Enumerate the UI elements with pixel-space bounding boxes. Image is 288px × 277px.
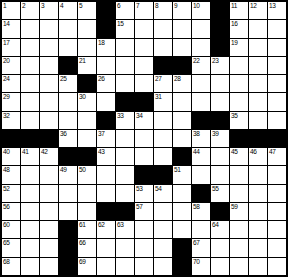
grid-cell[interactable]: 50 (78, 166, 96, 183)
grid-cell[interactable]: 7 (135, 2, 153, 19)
black-cell (173, 258, 191, 275)
black-cell (59, 57, 77, 74)
clue-number: 8 (155, 2, 158, 9)
grid-cell[interactable]: 5 (78, 2, 96, 19)
grid-cell[interactable] (116, 148, 134, 165)
grid-cell[interactable]: 36 (59, 130, 77, 147)
grid-cell[interactable] (268, 185, 286, 202)
black-cell (97, 112, 115, 129)
black-cell (211, 20, 229, 37)
clue-number: 45 (231, 148, 238, 155)
clue-number: 35 (231, 112, 238, 119)
grid-cell[interactable]: 55 (211, 185, 229, 202)
grid-cell[interactable]: 20 (2, 57, 20, 74)
black-cell (211, 39, 229, 56)
grid-cell[interactable] (154, 112, 172, 129)
grid-cell[interactable]: 54 (154, 185, 172, 202)
grid-cell[interactable] (59, 185, 77, 202)
grid-cell[interactable] (97, 166, 115, 183)
grid-cell[interactable]: 18 (97, 39, 115, 56)
grid-cell[interactable]: 33 (116, 112, 134, 129)
clue-number: 20 (3, 57, 10, 64)
grid-cell[interactable] (116, 258, 134, 275)
grid-cell[interactable]: 2 (21, 2, 39, 19)
clue-number: 68 (3, 258, 10, 265)
grid-cell[interactable] (78, 185, 96, 202)
grid-cell[interactable]: 16 (230, 20, 248, 37)
crossword-puzzle: 1234567891011121314151617181920212223242… (0, 0, 288, 277)
clue-number: 30 (79, 93, 86, 100)
black-cell (97, 203, 115, 220)
grid-cell[interactable]: 43 (97, 148, 115, 165)
clue-number: 49 (60, 166, 67, 173)
clue-number: 14 (3, 20, 10, 27)
clue-number: 56 (3, 203, 10, 210)
grid-cell[interactable] (173, 203, 191, 220)
grid-cell[interactable] (40, 112, 58, 129)
grid-cell[interactable]: 8 (154, 2, 172, 19)
grid-cell[interactable]: 65 (2, 239, 20, 256)
grid-cell[interactable] (249, 39, 267, 56)
clue-number: 61 (79, 221, 86, 228)
grid-cell[interactable] (40, 57, 58, 74)
clue-number: 1 (3, 2, 6, 9)
grid-cell[interactable]: 70 (192, 258, 210, 275)
grid-cell[interactable] (116, 185, 134, 202)
grid-cell[interactable] (173, 221, 191, 238)
grid-cell[interactable]: 47 (268, 148, 286, 165)
grid-cell[interactable]: 21 (78, 57, 96, 74)
black-cell (59, 148, 77, 165)
black-cell (192, 112, 210, 129)
clue-number: 22 (193, 57, 200, 64)
clue-number: 38 (193, 130, 200, 137)
grid-cell[interactable] (21, 239, 39, 256)
grid-cell[interactable] (135, 239, 153, 256)
grid-cell[interactable] (268, 258, 286, 275)
grid-cell[interactable] (40, 20, 58, 37)
grid-cell[interactable] (154, 39, 172, 56)
grid-cell[interactable]: 39 (211, 130, 229, 147)
clue-number: 59 (231, 203, 238, 210)
grid-cell[interactable] (211, 93, 229, 110)
crossword-grid: 1234567891011121314151617181920212223242… (0, 0, 288, 277)
grid-cell[interactable] (249, 258, 267, 275)
clue-number: 55 (212, 185, 219, 192)
grid-cell[interactable] (97, 185, 115, 202)
grid-cell[interactable] (268, 203, 286, 220)
grid-cell[interactable] (268, 166, 286, 183)
grid-cell[interactable] (154, 239, 172, 256)
grid-cell[interactable]: 61 (78, 221, 96, 238)
clue-number: 40 (3, 148, 10, 155)
clue-number: 6 (117, 2, 120, 9)
grid-cell[interactable]: 66 (78, 239, 96, 256)
clue-number: 48 (3, 166, 10, 173)
black-cell (173, 57, 191, 74)
black-cell (59, 221, 77, 238)
grid-cell[interactable]: 63 (116, 221, 134, 238)
black-cell (154, 57, 172, 74)
clue-number: 24 (3, 75, 10, 82)
grid-cell[interactable] (21, 203, 39, 220)
grid-cell[interactable] (59, 112, 77, 129)
grid-cell[interactable] (211, 148, 229, 165)
clue-number: 7 (136, 2, 139, 9)
grid-cell[interactable]: 19 (230, 39, 248, 56)
grid-cell[interactable] (135, 130, 153, 147)
grid-cell[interactable] (192, 221, 210, 238)
grid-cell[interactable]: 35 (230, 112, 248, 129)
clue-number: 19 (231, 39, 238, 46)
grid-cell[interactable] (135, 258, 153, 275)
clue-number: 46 (250, 148, 257, 155)
grid-cell[interactable]: 69 (78, 258, 96, 275)
grid-cell[interactable]: 26 (97, 75, 115, 92)
clue-number: 33 (117, 112, 124, 119)
grid-cell[interactable]: 24 (2, 75, 20, 92)
clue-number: 32 (3, 112, 10, 119)
grid-cell[interactable]: 31 (154, 93, 172, 110)
black-cell (78, 75, 96, 92)
black-cell (249, 130, 267, 147)
grid-cell[interactable] (135, 20, 153, 37)
grid-cell[interactable] (230, 258, 248, 275)
grid-cell[interactable] (211, 239, 229, 256)
grid-cell[interactable] (268, 112, 286, 129)
grid-cell[interactable] (268, 75, 286, 92)
grid-cell[interactable] (21, 221, 39, 238)
black-cell (211, 203, 229, 220)
clue-number: 53 (136, 185, 143, 192)
clue-number: 41 (22, 148, 29, 155)
grid-cell[interactable] (40, 239, 58, 256)
black-cell (116, 93, 134, 110)
grid-cell[interactable] (268, 57, 286, 74)
black-cell (268, 130, 286, 147)
clue-number: 43 (98, 148, 105, 155)
grid-cell[interactable] (230, 93, 248, 110)
grid-cell[interactable]: 13 (268, 2, 286, 19)
grid-cell[interactable]: 42 (40, 148, 58, 165)
grid-cell[interactable]: 10 (192, 2, 210, 19)
black-cell (116, 203, 134, 220)
black-cell (97, 20, 115, 37)
grid-cell[interactable] (249, 20, 267, 37)
clue-number: 65 (3, 239, 10, 246)
grid-cell[interactable] (135, 221, 153, 238)
grid-cell[interactable]: 48 (2, 166, 20, 183)
grid-cell[interactable]: 25 (59, 75, 77, 92)
clue-number: 4 (60, 2, 63, 9)
grid-cell[interactable]: 38 (192, 130, 210, 147)
grid-cell[interactable] (268, 20, 286, 37)
grid-cell[interactable] (59, 203, 77, 220)
grid-cell[interactable] (21, 57, 39, 74)
grid-cell[interactable] (21, 166, 39, 183)
grid-cell[interactable] (249, 57, 267, 74)
grid-cell[interactable] (59, 93, 77, 110)
grid-cell[interactable] (249, 75, 267, 92)
grid-cell[interactable] (173, 185, 191, 202)
grid-cell[interactable] (192, 93, 210, 110)
black-cell (211, 112, 229, 129)
clue-number: 26 (98, 75, 105, 82)
clue-number: 39 (212, 130, 219, 137)
grid-cell[interactable]: 44 (192, 148, 210, 165)
grid-cell[interactable]: 32 (2, 112, 20, 129)
grid-cell[interactable]: 56 (2, 203, 20, 220)
grid-cell[interactable]: 45 (230, 148, 248, 165)
grid-cell[interactable] (40, 185, 58, 202)
clue-number: 2 (22, 2, 25, 9)
grid-cell[interactable] (97, 93, 115, 110)
grid-cell[interactable] (135, 148, 153, 165)
grid-cell[interactable] (249, 166, 267, 183)
grid-cell[interactable] (116, 75, 134, 92)
grid-cell[interactable] (135, 39, 153, 56)
grid-cell[interactable]: 51 (173, 166, 191, 183)
grid-cell[interactable] (154, 258, 172, 275)
grid-cell[interactable] (40, 75, 58, 92)
grid-cell[interactable]: 17 (2, 39, 20, 56)
black-cell (192, 185, 210, 202)
clue-number: 57 (136, 203, 143, 210)
grid-cell[interactable] (154, 221, 172, 238)
clue-number: 66 (79, 239, 86, 246)
clue-number: 64 (212, 221, 219, 228)
grid-cell[interactable]: 41 (21, 148, 39, 165)
clue-number: 52 (3, 185, 10, 192)
clue-number: 5 (79, 2, 82, 9)
black-cell (21, 130, 39, 147)
grid-cell[interactable] (173, 20, 191, 37)
grid-cell[interactable] (154, 148, 172, 165)
grid-cell[interactable] (59, 20, 77, 37)
grid-cell[interactable] (211, 258, 229, 275)
grid-cell[interactable]: 37 (97, 130, 115, 147)
grid-cell[interactable]: 52 (2, 185, 20, 202)
grid-cell[interactable] (78, 203, 96, 220)
clue-number: 11 (231, 2, 237, 9)
grid-cell[interactable]: 4 (59, 2, 77, 19)
black-cell (97, 2, 115, 19)
clue-number: 31 (155, 93, 162, 100)
grid-cell[interactable] (21, 93, 39, 110)
grid-cell[interactable] (230, 239, 248, 256)
grid-cell[interactable] (211, 75, 229, 92)
grid-cell[interactable] (97, 57, 115, 74)
grid-cell[interactable] (116, 130, 134, 147)
grid-cell[interactable] (249, 185, 267, 202)
grid-cell[interactable] (59, 39, 77, 56)
grid-cell[interactable]: 29 (2, 93, 20, 110)
grid-cell[interactable] (97, 239, 115, 256)
grid-cell[interactable] (78, 20, 96, 37)
clue-number: 17 (3, 39, 10, 46)
black-cell (59, 239, 77, 256)
grid-cell[interactable]: 59 (230, 203, 248, 220)
grid-cell[interactable] (40, 93, 58, 110)
grid-cell[interactable] (173, 39, 191, 56)
grid-cell[interactable] (249, 93, 267, 110)
grid-cell[interactable]: 62 (97, 221, 115, 238)
grid-cell[interactable] (154, 130, 172, 147)
clue-number: 29 (3, 93, 10, 100)
grid-cell[interactable] (135, 57, 153, 74)
grid-cell[interactable] (116, 57, 134, 74)
grid-cell[interactable]: 3 (40, 2, 58, 19)
clue-number: 44 (193, 148, 200, 155)
grid-cell[interactable]: 40 (2, 148, 20, 165)
grid-cell[interactable]: 53 (135, 185, 153, 202)
grid-cell[interactable] (268, 239, 286, 256)
grid-cell[interactable] (40, 203, 58, 220)
grid-cell[interactable] (249, 221, 267, 238)
grid-cell[interactable] (173, 130, 191, 147)
grid-cell[interactable]: 6 (116, 2, 134, 19)
grid-cell[interactable] (97, 258, 115, 275)
black-cell (78, 148, 96, 165)
grid-cell[interactable] (135, 75, 153, 92)
grid-cell[interactable]: 15 (116, 20, 134, 37)
clue-number: 58 (193, 203, 200, 210)
clue-number: 18 (98, 39, 105, 46)
grid-cell[interactable] (21, 112, 39, 129)
grid-cell[interactable]: 67 (192, 239, 210, 256)
black-cell (173, 148, 191, 165)
clue-number: 50 (79, 166, 86, 173)
grid-cell[interactable] (116, 39, 134, 56)
black-cell (135, 166, 153, 183)
clue-number: 70 (193, 258, 200, 265)
black-cell (40, 130, 58, 147)
grid-cell[interactable] (192, 39, 210, 56)
clue-number: 51 (174, 166, 181, 173)
grid-cell[interactable]: 23 (211, 57, 229, 74)
grid-cell[interactable]: 11 (230, 2, 248, 19)
grid-cell[interactable]: 49 (59, 166, 77, 183)
clue-number: 62 (98, 221, 105, 228)
clue-number: 47 (269, 148, 276, 155)
black-cell (211, 2, 229, 19)
grid-cell[interactable] (173, 93, 191, 110)
clue-number: 37 (98, 130, 105, 137)
clue-number: 67 (193, 239, 200, 246)
grid-cell[interactable] (116, 166, 134, 183)
grid-cell[interactable] (78, 39, 96, 56)
clue-number: 60 (3, 221, 10, 228)
grid-cell[interactable]: 1 (2, 2, 20, 19)
grid-cell[interactable]: 27 (154, 75, 172, 92)
grid-cell[interactable] (40, 258, 58, 275)
black-cell (230, 130, 248, 147)
grid-cell[interactable] (230, 221, 248, 238)
grid-cell[interactable] (173, 112, 191, 129)
grid-cell[interactable] (230, 75, 248, 92)
grid-cell[interactable]: 9 (173, 2, 191, 19)
clue-number: 34 (136, 112, 143, 119)
clue-number: 27 (155, 75, 162, 82)
clue-number: 9 (174, 2, 177, 9)
grid-cell[interactable]: 46 (249, 148, 267, 165)
grid-cell[interactable] (78, 130, 96, 147)
grid-cell[interactable]: 30 (78, 93, 96, 110)
clue-number: 25 (60, 75, 67, 82)
grid-cell[interactable] (154, 203, 172, 220)
grid-cell[interactable] (78, 112, 96, 129)
grid-cell[interactable] (21, 39, 39, 56)
clue-number: 69 (79, 258, 86, 265)
clue-number: 3 (41, 2, 44, 9)
clue-number: 28 (174, 75, 181, 82)
grid-cell[interactable]: 28 (173, 75, 191, 92)
grid-cell[interactable] (249, 239, 267, 256)
clue-number: 21 (79, 57, 86, 64)
clue-number: 54 (155, 185, 162, 192)
grid-cell[interactable] (21, 258, 39, 275)
clue-number: 13 (269, 2, 276, 9)
grid-cell[interactable]: 64 (211, 221, 229, 238)
grid-cell[interactable]: 22 (192, 57, 210, 74)
grid-cell[interactable] (116, 239, 134, 256)
grid-cell[interactable] (230, 57, 248, 74)
grid-cell[interactable] (268, 221, 286, 238)
grid-cell[interactable] (40, 221, 58, 238)
grid-cell[interactable] (249, 112, 267, 129)
grid-cell[interactable] (192, 166, 210, 183)
grid-cell[interactable] (21, 20, 39, 37)
grid-cell[interactable] (249, 203, 267, 220)
grid-cell[interactable]: 58 (192, 203, 210, 220)
grid-cell[interactable] (268, 39, 286, 56)
grid-cell[interactable]: 34 (135, 112, 153, 129)
grid-cell[interactable] (21, 75, 39, 92)
clue-number: 12 (250, 2, 257, 9)
grid-cell[interactable]: 14 (2, 20, 20, 37)
grid-cell[interactable] (21, 185, 39, 202)
grid-cell[interactable]: 60 (2, 221, 20, 238)
clue-number: 42 (41, 148, 48, 155)
grid-cell[interactable]: 68 (2, 258, 20, 275)
black-cell (2, 130, 20, 147)
grid-cell[interactable] (268, 93, 286, 110)
grid-cell[interactable]: 57 (135, 203, 153, 220)
grid-cell[interactable] (40, 39, 58, 56)
grid-cell[interactable] (230, 166, 248, 183)
clue-number: 16 (231, 20, 238, 27)
grid-cell[interactable] (154, 20, 172, 37)
black-cell (173, 239, 191, 256)
clue-number: 63 (117, 221, 124, 228)
clue-number: 23 (212, 57, 219, 64)
black-cell (135, 93, 153, 110)
clue-number: 15 (117, 20, 124, 27)
grid-cell[interactable] (192, 75, 210, 92)
grid-cell[interactable]: 12 (249, 2, 267, 19)
grid-cell[interactable] (211, 166, 229, 183)
grid-cell[interactable] (40, 166, 58, 183)
grid-cell[interactable] (192, 20, 210, 37)
black-cell (154, 166, 172, 183)
grid-cell[interactable] (230, 185, 248, 202)
clue-number: 10 (193, 2, 200, 9)
clue-number: 36 (60, 130, 67, 137)
black-cell (59, 258, 77, 275)
